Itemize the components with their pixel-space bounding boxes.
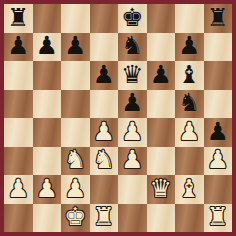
piece-white-pawn[interactable]: ♟ [121,119,143,144]
square-c7[interactable]: ♟ [61,33,90,62]
square-a3[interactable] [4,147,33,176]
square-c6[interactable] [61,61,90,90]
square-f8[interactable] [147,4,176,33]
square-g1[interactable] [175,204,204,233]
square-f2[interactable]: ♛ [147,175,176,204]
piece-white-pawn[interactable]: ♟ [207,147,229,172]
piece-black-king[interactable]: ♚ [121,5,143,30]
piece-white-pawn[interactable]: ♟ [93,119,115,144]
square-b2[interactable]: ♟ [33,175,62,204]
square-d8[interactable] [90,4,119,33]
square-d2[interactable] [90,175,119,204]
square-a8[interactable]: ♜ [4,4,33,33]
square-b3[interactable] [33,147,62,176]
square-a2[interactable]: ♟ [4,175,33,204]
square-c1[interactable]: ♚ [61,204,90,233]
piece-white-pawn[interactable]: ♟ [36,176,58,201]
piece-black-pawn[interactable]: ♟ [7,33,29,58]
piece-white-bishop[interactable]: ♝ [178,176,200,201]
square-a4[interactable] [4,118,33,147]
piece-black-pawn[interactable]: ♟ [207,119,229,144]
piece-black-rook[interactable]: ♜ [207,5,229,30]
square-d4[interactable]: ♟ [90,118,119,147]
square-d3[interactable]: ♞ [90,147,119,176]
square-g2[interactable]: ♝ [175,175,204,204]
square-e1[interactable] [118,204,147,233]
square-e5[interactable]: ♟ [118,90,147,119]
square-h1[interactable]: ♜ [204,204,233,233]
square-f7[interactable] [147,33,176,62]
square-e3[interactable]: ♟ [118,147,147,176]
chess-board: ♜♚♜♟♟♟♞♟♟♛♟♝♟♞♟♟♟♟♞♞♟♟♟♟♟♛♝♚♜♜ [4,4,232,232]
square-a7[interactable]: ♟ [4,33,33,62]
piece-black-knight[interactable]: ♞ [121,33,143,58]
square-h3[interactable]: ♟ [204,147,233,176]
square-h4[interactable]: ♟ [204,118,233,147]
square-e4[interactable]: ♟ [118,118,147,147]
square-d1[interactable]: ♜ [90,204,119,233]
square-f6[interactable]: ♟ [147,61,176,90]
square-f5[interactable] [147,90,176,119]
square-a6[interactable] [4,61,33,90]
piece-black-bishop[interactable]: ♝ [178,62,200,87]
square-h2[interactable] [204,175,233,204]
square-g6[interactable]: ♝ [175,61,204,90]
square-b8[interactable] [33,4,62,33]
piece-white-king[interactable]: ♚ [64,204,86,229]
piece-black-pawn[interactable]: ♟ [93,62,115,87]
piece-black-pawn[interactable]: ♟ [178,33,200,58]
square-c4[interactable] [61,118,90,147]
square-c2[interactable]: ♟ [61,175,90,204]
piece-black-pawn[interactable]: ♟ [36,33,58,58]
piece-white-knight[interactable]: ♞ [93,147,115,172]
square-h6[interactable] [204,61,233,90]
square-c3[interactable]: ♞ [61,147,90,176]
square-e8[interactable]: ♚ [118,4,147,33]
square-h5[interactable] [204,90,233,119]
piece-white-pawn[interactable]: ♟ [178,119,200,144]
piece-white-knight[interactable]: ♞ [64,147,86,172]
square-b1[interactable] [33,204,62,233]
square-d5[interactable] [90,90,119,119]
square-a5[interactable] [4,90,33,119]
square-d6[interactable]: ♟ [90,61,119,90]
board-frame: ♜♚♜♟♟♟♞♟♟♛♟♝♟♞♟♟♟♟♞♞♟♟♟♟♟♛♝♚♜♜ [0,0,236,236]
piece-white-rook[interactable]: ♜ [207,204,229,229]
square-f4[interactable] [147,118,176,147]
square-g8[interactable] [175,4,204,33]
square-g4[interactable]: ♟ [175,118,204,147]
piece-black-knight[interactable]: ♞ [178,90,200,115]
piece-black-rook[interactable]: ♜ [7,5,29,30]
square-d7[interactable] [90,33,119,62]
piece-black-queen[interactable]: ♛ [121,62,143,87]
square-c5[interactable] [61,90,90,119]
square-f1[interactable] [147,204,176,233]
piece-black-pawn[interactable]: ♟ [64,33,86,58]
square-e2[interactable] [118,175,147,204]
piece-black-pawn[interactable]: ♟ [121,90,143,115]
square-f3[interactable] [147,147,176,176]
piece-black-pawn[interactable]: ♟ [150,62,172,87]
square-a1[interactable] [4,204,33,233]
square-e6[interactable]: ♛ [118,61,147,90]
square-b5[interactable] [33,90,62,119]
square-h7[interactable] [204,33,233,62]
piece-white-queen[interactable]: ♛ [150,176,172,201]
square-e7[interactable]: ♞ [118,33,147,62]
piece-white-pawn[interactable]: ♟ [64,176,86,201]
piece-white-pawn[interactable]: ♟ [7,176,29,201]
piece-white-rook[interactable]: ♜ [93,204,115,229]
square-g3[interactable] [175,147,204,176]
piece-white-pawn[interactable]: ♟ [121,147,143,172]
square-h8[interactable]: ♜ [204,4,233,33]
square-b6[interactable] [33,61,62,90]
square-b7[interactable]: ♟ [33,33,62,62]
square-b4[interactable] [33,118,62,147]
square-g5[interactable]: ♞ [175,90,204,119]
square-g7[interactable]: ♟ [175,33,204,62]
square-c8[interactable] [61,4,90,33]
